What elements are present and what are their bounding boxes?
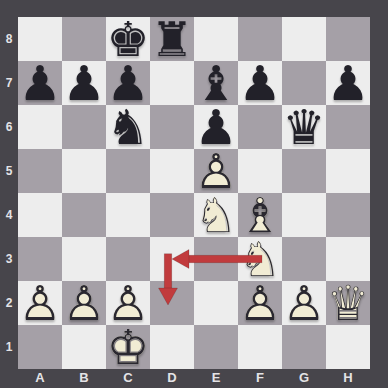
board-frame: 87654321 ♚♜♟♟♟♝♟♟♞♟♛♟♙♞♘♝♗♞♘♟♙♟♙♟♙♟♙♟♙♛♕…	[0, 0, 388, 388]
square-b5[interactable]	[62, 149, 106, 193]
rank-label: 5	[0, 149, 18, 193]
rank-label: 3	[0, 237, 18, 281]
square-h5[interactable]	[326, 149, 370, 193]
white-pawn[interactable]: ♟♙	[62, 281, 106, 325]
square-a6[interactable]	[18, 105, 62, 149]
white-pawn[interactable]: ♟♙	[238, 281, 282, 325]
black-pawn[interactable]: ♟	[62, 61, 106, 105]
file-label: G	[282, 369, 326, 388]
file-label: F	[238, 369, 282, 388]
piece-glyph: ♛	[282, 105, 326, 149]
piece-outline-glyph: ♘	[194, 193, 238, 237]
piece-outline-glyph: ♙	[18, 281, 62, 325]
piece-glyph: ♟	[62, 61, 106, 105]
file-label: B	[62, 369, 106, 388]
square-g4[interactable]	[282, 193, 326, 237]
square-d2[interactable]	[150, 281, 194, 325]
square-e4[interactable]: ♞♘	[194, 193, 238, 237]
square-b1[interactable]	[62, 325, 106, 369]
square-g8[interactable]	[282, 17, 326, 61]
square-f2[interactable]: ♟♙	[238, 281, 282, 325]
square-c5[interactable]	[106, 149, 150, 193]
square-a1[interactable]	[18, 325, 62, 369]
chess-board: ♚♜♟♟♟♝♟♟♞♟♛♟♙♞♘♝♗♞♘♟♙♟♙♟♙♟♙♟♙♛♕♚♔	[18, 17, 370, 369]
square-d6[interactable]	[150, 105, 194, 149]
piece-outline-glyph: ♙	[238, 281, 282, 325]
file-label: A	[18, 369, 62, 388]
square-b2[interactable]: ♟♙	[62, 281, 106, 325]
rank-label: 7	[0, 61, 18, 105]
white-pawn[interactable]: ♟♙	[18, 281, 62, 325]
square-a4[interactable]	[18, 193, 62, 237]
piece-glyph: ♟	[326, 61, 370, 105]
square-a2[interactable]: ♟♙	[18, 281, 62, 325]
square-h7[interactable]: ♟	[326, 61, 370, 105]
square-d3[interactable]	[150, 237, 194, 281]
piece-outline-glyph: ♔	[106, 325, 150, 369]
square-f7[interactable]: ♟	[238, 61, 282, 105]
square-d5[interactable]	[150, 149, 194, 193]
white-king[interactable]: ♚♔	[106, 325, 150, 369]
rank-label: 2	[0, 281, 18, 325]
square-c6[interactable]: ♞	[106, 105, 150, 149]
square-a7[interactable]: ♟	[18, 61, 62, 105]
square-h4[interactable]	[326, 193, 370, 237]
black-pawn[interactable]: ♟	[238, 61, 282, 105]
rank-label: 8	[0, 17, 18, 61]
piece-glyph: ♟	[238, 61, 282, 105]
black-queen[interactable]: ♛	[282, 105, 326, 149]
square-d1[interactable]	[150, 325, 194, 369]
square-f1[interactable]	[238, 325, 282, 369]
square-h1[interactable]	[326, 325, 370, 369]
square-b4[interactable]	[62, 193, 106, 237]
white-knight[interactable]: ♞♘	[194, 193, 238, 237]
black-pawn[interactable]: ♟	[326, 61, 370, 105]
file-label: E	[194, 369, 238, 388]
square-e1[interactable]	[194, 325, 238, 369]
square-b6[interactable]	[62, 105, 106, 149]
piece-outline-glyph: ♙	[62, 281, 106, 325]
piece-glyph: ♟	[18, 61, 62, 105]
black-rook[interactable]: ♜	[150, 17, 194, 61]
white-pawn[interactable]: ♟♙	[282, 281, 326, 325]
square-g6[interactable]: ♛	[282, 105, 326, 149]
square-g2[interactable]: ♟♙	[282, 281, 326, 325]
black-pawn[interactable]: ♟	[18, 61, 62, 105]
rank-label: 1	[0, 325, 18, 369]
rank-label: 4	[0, 193, 18, 237]
rank-label: 6	[0, 105, 18, 149]
square-c4[interactable]	[106, 193, 150, 237]
square-d7[interactable]	[150, 61, 194, 105]
black-knight[interactable]: ♞	[106, 105, 150, 149]
file-label: H	[326, 369, 370, 388]
square-e3[interactable]	[194, 237, 238, 281]
square-h6[interactable]	[326, 105, 370, 149]
square-g1[interactable]	[282, 325, 326, 369]
square-f6[interactable]	[238, 105, 282, 149]
piece-glyph: ♜	[150, 17, 194, 61]
piece-outline-glyph: ♙	[282, 281, 326, 325]
rank-labels: 87654321	[0, 17, 18, 369]
square-g5[interactable]	[282, 149, 326, 193]
square-d4[interactable]	[150, 193, 194, 237]
square-d8[interactable]: ♜	[150, 17, 194, 61]
square-e2[interactable]	[194, 281, 238, 325]
file-label: D	[150, 369, 194, 388]
square-c1[interactable]: ♚♔	[106, 325, 150, 369]
white-queen[interactable]: ♛♕	[326, 281, 370, 325]
piece-outline-glyph: ♕	[326, 281, 370, 325]
file-labels: ABCDEFGH	[18, 369, 370, 388]
square-h2[interactable]: ♛♕	[326, 281, 370, 325]
piece-glyph: ♞	[106, 105, 150, 149]
square-b7[interactable]: ♟	[62, 61, 106, 105]
file-label: C	[106, 369, 150, 388]
square-a5[interactable]	[18, 149, 62, 193]
